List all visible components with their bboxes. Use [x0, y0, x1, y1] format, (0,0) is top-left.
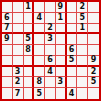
cell-r4c9-empty[interactable]	[88, 34, 99, 45]
cell-r2c3-empty[interactable]	[24, 13, 35, 24]
cell-r8c2-given[interactable]: 2	[13, 77, 24, 88]
cell-r1c5-empty[interactable]	[45, 2, 56, 13]
cell-r4c6-empty[interactable]	[56, 34, 67, 45]
cell-r8c7-empty[interactable]	[67, 77, 78, 88]
cell-r4c4-empty[interactable]	[34, 34, 45, 45]
cell-r2c8-given[interactable]: 5	[77, 13, 88, 24]
cell-r8c1-empty[interactable]	[2, 77, 13, 88]
cell-r9c2-given[interactable]: 7	[13, 88, 24, 99]
cell-r5c2-empty[interactable]	[13, 45, 24, 56]
cell-r9c4-given[interactable]: 5	[34, 88, 45, 99]
cell-r8c9-given[interactable]: 5	[88, 77, 99, 88]
cell-r6c3-empty[interactable]	[24, 56, 35, 67]
cell-r2c6-given[interactable]: 1	[56, 13, 67, 24]
cell-r3c9-empty[interactable]	[88, 24, 99, 35]
cell-r1c6-given[interactable]: 9	[56, 2, 67, 13]
cell-r6c1-empty[interactable]	[2, 56, 13, 67]
cell-r9c7-given[interactable]: 4	[67, 88, 78, 99]
cell-r5c9-empty[interactable]	[88, 45, 99, 56]
cell-r3c8-given[interactable]: 1	[77, 24, 88, 35]
cell-r2c9-empty[interactable]	[88, 13, 99, 24]
cell-r7c7-empty[interactable]	[67, 67, 78, 78]
cell-r3c3-empty[interactable]	[24, 24, 35, 35]
cell-r8c5-empty[interactable]	[45, 77, 56, 88]
cell-r1c8-given[interactable]: 2	[77, 2, 88, 13]
cell-r6c2-empty[interactable]	[13, 56, 24, 67]
cell-r4c8-empty[interactable]	[77, 34, 88, 45]
cell-r5c5-empty[interactable]	[45, 45, 56, 56]
cell-r6c4-empty[interactable]	[34, 56, 45, 67]
cell-r9c1-empty[interactable]	[2, 88, 13, 99]
cell-r2c4-given[interactable]: 4	[34, 13, 45, 24]
cell-r2c1-given[interactable]: 6	[2, 13, 13, 24]
cell-r6c6-empty[interactable]	[56, 56, 67, 67]
cell-r7c3-empty[interactable]	[24, 67, 35, 78]
cell-r5c4-empty[interactable]	[34, 45, 45, 56]
cell-r2c2-empty[interactable]	[13, 13, 24, 24]
cell-r7c2-given[interactable]: 3	[13, 67, 24, 78]
cell-r9c5-empty[interactable]	[45, 88, 56, 99]
cell-r4c7-empty[interactable]	[67, 34, 78, 45]
cell-r8c6-given[interactable]: 3	[56, 77, 67, 88]
cell-r3c2-empty[interactable]	[13, 24, 24, 35]
cell-r1c3-given[interactable]: 1	[24, 2, 35, 13]
cell-r6c5-given[interactable]: 6	[45, 56, 56, 67]
cell-r7c5-given[interactable]: 4	[45, 67, 56, 78]
cell-r4c3-given[interactable]: 5	[24, 34, 35, 45]
cell-r6c9-given[interactable]: 9	[88, 56, 99, 67]
cell-r7c1-empty[interactable]	[2, 67, 13, 78]
cell-r7c6-empty[interactable]	[56, 67, 67, 78]
cell-r8c3-empty[interactable]	[24, 77, 35, 88]
cell-r1c7-empty[interactable]	[67, 2, 78, 13]
cell-r9c3-empty[interactable]	[24, 88, 35, 99]
cell-r2c7-empty[interactable]	[67, 13, 78, 24]
cell-r5c8-empty[interactable]	[77, 45, 88, 56]
cell-r6c7-given[interactable]: 5	[67, 56, 78, 67]
cell-r1c2-empty[interactable]	[13, 2, 24, 13]
cell-r7c8-empty[interactable]	[77, 67, 88, 78]
cell-r1c4-empty[interactable]	[34, 2, 45, 13]
cell-r7c9-given[interactable]: 2	[88, 67, 99, 78]
sudoku-board: 1926415721953866593422835754	[0, 0, 101, 101]
cell-r3c6-empty[interactable]	[56, 24, 67, 35]
cell-r5c7-given[interactable]: 6	[67, 45, 78, 56]
cell-r3c7-empty[interactable]	[67, 24, 78, 35]
cell-r3c1-given[interactable]: 7	[2, 24, 13, 35]
cell-r5c6-empty[interactable]	[56, 45, 67, 56]
cell-r1c1-empty[interactable]	[2, 2, 13, 13]
cell-r5c3-given[interactable]: 8	[24, 45, 35, 56]
cell-r6c8-empty[interactable]	[77, 56, 88, 67]
cell-r3c4-empty[interactable]	[34, 24, 45, 35]
cell-r9c8-empty[interactable]	[77, 88, 88, 99]
cell-r9c9-empty[interactable]	[88, 88, 99, 99]
cell-r5c1-empty[interactable]	[2, 45, 13, 56]
cell-r9c6-empty[interactable]	[56, 88, 67, 99]
cell-r3c5-given[interactable]: 2	[45, 24, 56, 35]
cell-r8c8-empty[interactable]	[77, 77, 88, 88]
cell-r8c4-given[interactable]: 8	[34, 77, 45, 88]
cell-r4c2-empty[interactable]	[13, 34, 24, 45]
cell-r4c1-given[interactable]: 9	[2, 34, 13, 45]
cell-r4c5-given[interactable]: 3	[45, 34, 56, 45]
cell-r1c9-empty[interactable]	[88, 2, 99, 13]
cell-r2c5-empty[interactable]	[45, 13, 56, 24]
cell-r7c4-empty[interactable]	[34, 67, 45, 78]
